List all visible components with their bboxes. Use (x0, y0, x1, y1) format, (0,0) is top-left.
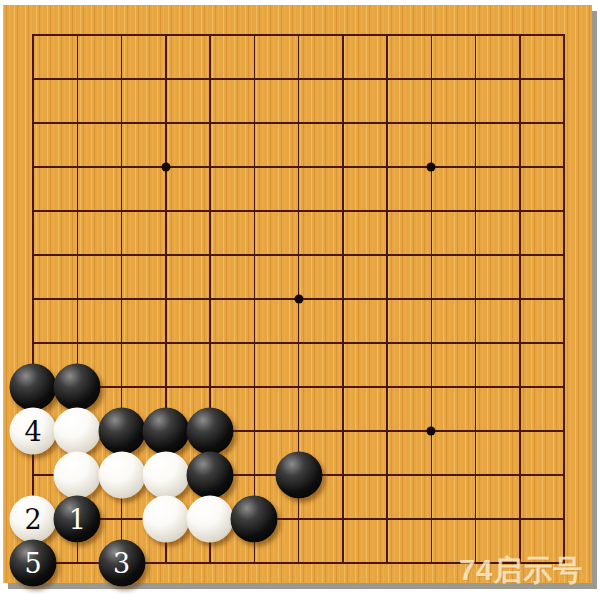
stone-white (142, 496, 189, 543)
stone-black (187, 408, 234, 455)
stone-black (187, 452, 234, 499)
stone-black (98, 408, 145, 455)
stone-move-number: 5 (24, 550, 41, 577)
stone-white (54, 408, 101, 455)
stone-move-number: 4 (24, 418, 41, 445)
stone-white (54, 452, 101, 499)
watermark: 74启示号 (459, 556, 583, 585)
star-point (427, 163, 436, 172)
stone-move-number: 1 (69, 506, 86, 533)
grid-line-vertical (563, 34, 565, 564)
page: 74启示号 42153 (0, 0, 600, 600)
grid-line-vertical (342, 34, 344, 564)
grid-line-vertical (519, 34, 521, 564)
stone-black (54, 364, 101, 411)
stone-black-move-3: 3 (98, 540, 145, 587)
grid-line-horizontal (32, 386, 565, 388)
stone-white-move-2: 2 (10, 496, 57, 543)
stone-black (10, 364, 57, 411)
stone-white-move-4: 4 (10, 408, 57, 455)
grid-line-vertical (431, 34, 433, 564)
stone-black (231, 496, 278, 543)
stone-black-move-5: 5 (10, 540, 57, 587)
star-point (161, 163, 170, 172)
stone-black-move-1: 1 (54, 496, 101, 543)
star-point (294, 295, 303, 304)
stone-white (98, 452, 145, 499)
grid-line-vertical (386, 34, 388, 564)
grid-line-horizontal (32, 518, 565, 520)
star-point (427, 427, 436, 436)
grid-line-horizontal (32, 342, 565, 344)
stone-move-number: 3 (113, 550, 130, 577)
go-board: 74启示号 42153 (3, 5, 592, 583)
grid-line-vertical (475, 34, 477, 564)
stone-black (142, 408, 189, 455)
stone-black (275, 452, 322, 499)
stone-move-number: 2 (24, 506, 41, 533)
stone-white (187, 496, 234, 543)
stone-white (142, 452, 189, 499)
